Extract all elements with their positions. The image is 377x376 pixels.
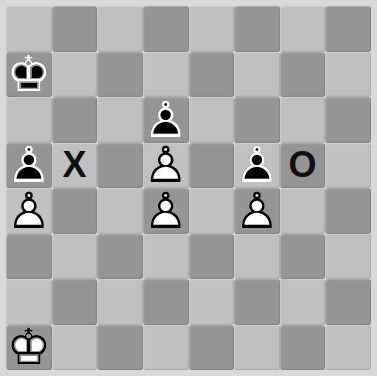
square-f2[interactable]: [234, 279, 280, 325]
square-g1[interactable]: [280, 325, 326, 371]
square-g7[interactable]: [280, 52, 326, 98]
square-a7[interactable]: ♚♔: [6, 52, 52, 98]
square-c8[interactable]: [97, 6, 143, 52]
square-c7[interactable]: [97, 52, 143, 98]
square-f3[interactable]: [234, 234, 280, 280]
white-king[interactable]: ♚♔: [6, 325, 52, 371]
square-g3[interactable]: [280, 234, 326, 280]
square-g8[interactable]: [280, 6, 326, 52]
square-e5[interactable]: [189, 143, 235, 189]
square-c4[interactable]: [97, 188, 143, 234]
square-b8[interactable]: [52, 6, 98, 52]
white-pawn-outline-icon: ♙: [6, 188, 52, 234]
square-h8[interactable]: [325, 6, 371, 52]
chess-board: ♚♔♟♙♟♙X♟♙♟♙O♟♙♟♙♟♙♚♔: [6, 6, 371, 370]
square-d4[interactable]: ♟♙: [143, 188, 189, 234]
square-e3[interactable]: [189, 234, 235, 280]
white-pawn-outline-icon: ♙: [234, 188, 280, 234]
square-h7[interactable]: [325, 52, 371, 98]
square-c1[interactable]: [97, 325, 143, 371]
square-h4[interactable]: [325, 188, 371, 234]
square-f8[interactable]: [234, 6, 280, 52]
annotation-o: O: [289, 147, 317, 183]
black-king[interactable]: ♚♔: [6, 52, 52, 98]
white-king-outline-icon: ♔: [6, 325, 52, 371]
square-b3[interactable]: [52, 234, 98, 280]
square-g5[interactable]: O: [280, 143, 326, 189]
square-a1[interactable]: ♚♔: [6, 325, 52, 371]
square-d2[interactable]: [143, 279, 189, 325]
square-h1[interactable]: [325, 325, 371, 371]
black-king-outline-icon: ♔: [6, 52, 52, 98]
square-f7[interactable]: [234, 52, 280, 98]
square-e1[interactable]: [189, 325, 235, 371]
square-c2[interactable]: [97, 279, 143, 325]
square-f1[interactable]: [234, 325, 280, 371]
square-h2[interactable]: [325, 279, 371, 325]
square-b5[interactable]: X: [52, 143, 98, 189]
white-pawn[interactable]: ♟♙: [234, 188, 280, 234]
square-g6[interactable]: [280, 97, 326, 143]
square-c6[interactable]: [97, 97, 143, 143]
square-b7[interactable]: [52, 52, 98, 98]
square-e2[interactable]: [189, 279, 235, 325]
square-a3[interactable]: [6, 234, 52, 280]
square-d8[interactable]: [143, 6, 189, 52]
square-h6[interactable]: [325, 97, 371, 143]
square-a4[interactable]: ♟♙: [6, 188, 52, 234]
white-pawn-outline-icon: ♙: [143, 188, 189, 234]
square-e6[interactable]: [189, 97, 235, 143]
square-f4[interactable]: ♟♙: [234, 188, 280, 234]
white-pawn[interactable]: ♟♙: [6, 188, 52, 234]
square-c3[interactable]: [97, 234, 143, 280]
square-h3[interactable]: [325, 234, 371, 280]
white-pawn[interactable]: ♟♙: [143, 188, 189, 234]
annotation-x: X: [62, 147, 86, 183]
square-g4[interactable]: [280, 188, 326, 234]
square-e4[interactable]: [189, 188, 235, 234]
square-e7[interactable]: [189, 52, 235, 98]
square-c5[interactable]: [97, 143, 143, 189]
square-g2[interactable]: [280, 279, 326, 325]
square-d1[interactable]: [143, 325, 189, 371]
square-h5[interactable]: [325, 143, 371, 189]
square-b2[interactable]: [52, 279, 98, 325]
square-b6[interactable]: [52, 97, 98, 143]
square-b4[interactable]: [52, 188, 98, 234]
square-e8[interactable]: [189, 6, 235, 52]
chess-board-frame: ♚♔♟♙♟♙X♟♙♟♙O♟♙♟♙♟♙♚♔: [0, 0, 377, 376]
square-d3[interactable]: [143, 234, 189, 280]
square-b1[interactable]: [52, 325, 98, 371]
